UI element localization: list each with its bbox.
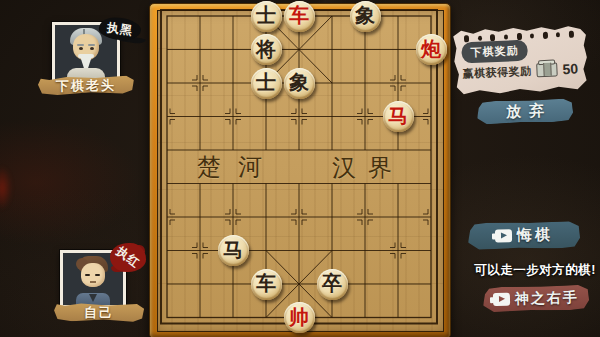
- piece-black-象[interactable]: 象: [284, 68, 315, 99]
- piece-black-象[interactable]: 象: [350, 1, 381, 32]
- piece-red-炮[interactable]: 炮: [416, 34, 447, 65]
- xiangqi-board[interactable]: 楚河 汉界 士车象将炮士象马马车卒帅: [149, 3, 451, 337]
- piece-black-卒[interactable]: 卒: [317, 269, 348, 300]
- board-grid[interactable]: 士车象将炮士象马马车卒帅: [151, 0, 448, 334]
- reward-desc: 赢棋获得奖励: [462, 63, 532, 81]
- piece-black-将[interactable]: 将: [251, 34, 282, 65]
- piece-red-帅[interactable]: 帅: [284, 302, 315, 333]
- game-screen: 执黑 下棋老头 执红 自己 楚河 汉界 士车象将炮士象马马车卒帅 下棋奖励: [0, 0, 600, 337]
- undo-move-button[interactable]: 悔棋: [468, 221, 580, 250]
- reward-note: 下棋奖励 赢棋获得奖励 50: [452, 24, 589, 96]
- piece-black-士[interactable]: 士: [251, 68, 282, 99]
- piece-black-马[interactable]: 马: [218, 235, 249, 266]
- reward-amount: 50: [562, 60, 578, 77]
- god-hand-button[interactable]: 神之右手: [483, 285, 590, 313]
- reward-title-badge: 下棋奖励: [461, 40, 528, 64]
- self-side-tag: 执红: [110, 243, 146, 272]
- piece-red-车[interactable]: 车: [284, 1, 315, 32]
- background-red-smudge: [0, 166, 12, 210]
- give-up-button[interactable]: 放弃: [477, 98, 574, 124]
- piece-black-车[interactable]: 车: [251, 269, 282, 300]
- piece-red-马[interactable]: 马: [383, 101, 414, 132]
- video-ad-icon: [493, 293, 510, 306]
- piece-black-士[interactable]: 士: [251, 1, 282, 32]
- money-stack-icon: [536, 62, 558, 77]
- god-hand-hint: 可以走一步对方的棋!: [466, 262, 600, 279]
- video-ad-icon: [495, 229, 512, 242]
